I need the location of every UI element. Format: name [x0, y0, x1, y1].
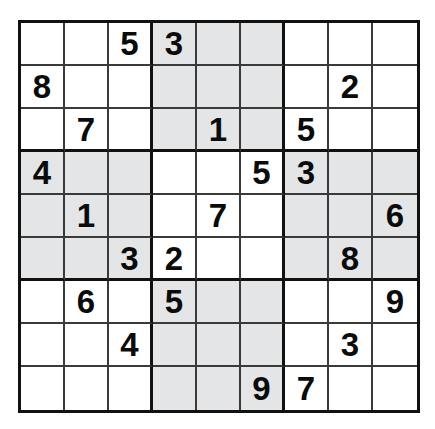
cell-r6c1[interactable] [21, 238, 65, 281]
cell-r1c8[interactable] [329, 23, 373, 66]
cell-r4c7[interactable]: 3 [285, 152, 329, 195]
cell-r7c6[interactable] [241, 281, 285, 324]
cell-r7c4[interactable]: 5 [153, 281, 197, 324]
cell-r1c2[interactable] [65, 23, 109, 66]
cell-r2c5[interactable] [197, 66, 241, 109]
cell-r5c8[interactable] [329, 195, 373, 238]
cell-r5c6[interactable] [241, 195, 285, 238]
cell-r7c9[interactable]: 9 [373, 281, 417, 324]
cell-r9c1[interactable] [21, 367, 65, 410]
cell-r4c9[interactable] [373, 152, 417, 195]
sudoku-board: 53827154531763286594397 [18, 20, 420, 413]
cell-r8c6[interactable] [241, 324, 285, 367]
cell-r2c3[interactable] [109, 66, 153, 109]
cell-r8c8[interactable]: 3 [329, 324, 373, 367]
cell-r6c6[interactable] [241, 238, 285, 281]
cell-r5c7[interactable] [285, 195, 329, 238]
cell-r9c6[interactable]: 9 [241, 367, 285, 410]
cell-r4c6[interactable]: 5 [241, 152, 285, 195]
cell-r3c9[interactable] [373, 109, 417, 152]
cell-r1c5[interactable] [197, 23, 241, 66]
cell-r3c5[interactable]: 1 [197, 109, 241, 152]
cell-r7c8[interactable] [329, 281, 373, 324]
cell-r8c7[interactable] [285, 324, 329, 367]
cell-r3c1[interactable] [21, 109, 65, 152]
cell-r3c4[interactable] [153, 109, 197, 152]
cell-r2c7[interactable] [285, 66, 329, 109]
cell-r8c9[interactable] [373, 324, 417, 367]
cell-r8c3[interactable]: 4 [109, 324, 153, 367]
cell-r3c2[interactable]: 7 [65, 109, 109, 152]
cell-r6c2[interactable] [65, 238, 109, 281]
cell-r5c2[interactable]: 1 [65, 195, 109, 238]
page: 53827154531763286594397 [0, 0, 435, 429]
cell-r3c8[interactable] [329, 109, 373, 152]
cell-r9c4[interactable] [153, 367, 197, 410]
cell-r6c4[interactable]: 2 [153, 238, 197, 281]
cell-r5c5[interactable]: 7 [197, 195, 241, 238]
cell-r2c6[interactable] [241, 66, 285, 109]
cell-r5c1[interactable] [21, 195, 65, 238]
cell-r3c7[interactable]: 5 [285, 109, 329, 152]
cell-r6c5[interactable] [197, 238, 241, 281]
cell-r7c2[interactable]: 6 [65, 281, 109, 324]
cell-r2c1[interactable]: 8 [21, 66, 65, 109]
cell-r4c4[interactable] [153, 152, 197, 195]
cell-r1c7[interactable] [285, 23, 329, 66]
cell-r8c5[interactable] [197, 324, 241, 367]
cell-r8c2[interactable] [65, 324, 109, 367]
cell-r2c8[interactable]: 2 [329, 66, 373, 109]
cell-r7c3[interactable] [109, 281, 153, 324]
cell-r1c3[interactable]: 5 [109, 23, 153, 66]
cell-r5c3[interactable] [109, 195, 153, 238]
cell-r9c7[interactable]: 7 [285, 367, 329, 410]
cell-r5c4[interactable] [153, 195, 197, 238]
cell-r9c8[interactable] [329, 367, 373, 410]
cell-r4c1[interactable]: 4 [21, 152, 65, 195]
cell-r7c5[interactable] [197, 281, 241, 324]
cell-r2c9[interactable] [373, 66, 417, 109]
cell-r9c2[interactable] [65, 367, 109, 410]
cell-r3c3[interactable] [109, 109, 153, 152]
cell-r6c8[interactable]: 8 [329, 238, 373, 281]
cell-r1c9[interactable] [373, 23, 417, 66]
cell-r4c8[interactable] [329, 152, 373, 195]
cell-r9c3[interactable] [109, 367, 153, 410]
cell-r8c4[interactable] [153, 324, 197, 367]
cell-r6c7[interactable] [285, 238, 329, 281]
cell-r8c1[interactable] [21, 324, 65, 367]
cell-r4c5[interactable] [197, 152, 241, 195]
cell-r6c9[interactable] [373, 238, 417, 281]
cell-r9c5[interactable] [197, 367, 241, 410]
cell-r2c4[interactable] [153, 66, 197, 109]
cell-r1c6[interactable] [241, 23, 285, 66]
cell-r1c4[interactable]: 3 [153, 23, 197, 66]
cell-r7c1[interactable] [21, 281, 65, 324]
cell-r4c2[interactable] [65, 152, 109, 195]
cell-r3c6[interactable] [241, 109, 285, 152]
cell-r6c3[interactable]: 3 [109, 238, 153, 281]
cell-r7c7[interactable] [285, 281, 329, 324]
cell-r5c9[interactable]: 6 [373, 195, 417, 238]
cell-r2c2[interactable] [65, 66, 109, 109]
cell-r1c1[interactable] [21, 23, 65, 66]
cell-r4c3[interactable] [109, 152, 153, 195]
cell-r9c9[interactable] [373, 367, 417, 410]
